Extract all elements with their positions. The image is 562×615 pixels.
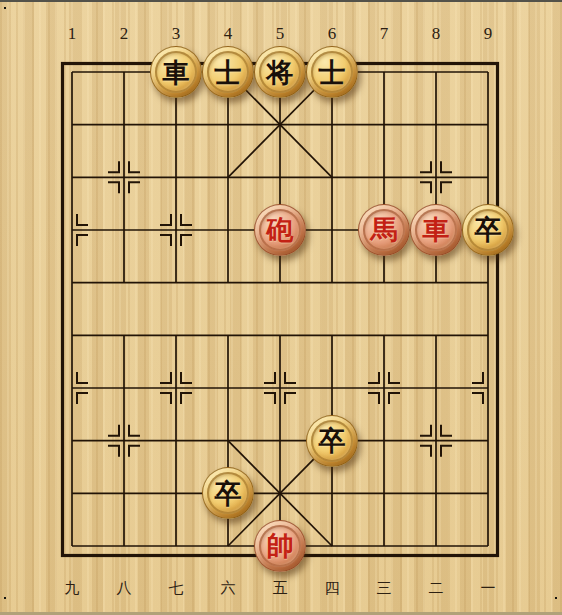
piece-red-chariot[interactable]: 車 <box>410 204 462 256</box>
piece-black-chariot[interactable]: 車 <box>150 46 202 98</box>
top-file-label-1: 1 <box>68 24 77 44</box>
piece-red-cannon[interactable]: 砲 <box>254 204 306 256</box>
bottom-file-label-1: 九 <box>65 579 80 598</box>
top-file-label-3: 3 <box>172 24 181 44</box>
piece-black-general[interactable]: 将 <box>254 46 306 98</box>
top-file-label-9: 9 <box>484 24 493 44</box>
piece-red-general[interactable]: 帥 <box>254 520 306 572</box>
piece-grid: 車士将士砲馬車卒卒卒帥 <box>46 46 514 573</box>
piece-black-advisor-left[interactable]: 士 <box>202 46 254 98</box>
piece-red-horse[interactable]: 馬 <box>358 204 410 256</box>
top-file-label-5: 5 <box>276 24 285 44</box>
bottom-file-label-2: 八 <box>117 579 132 598</box>
bottom-file-label-3: 七 <box>169 579 184 598</box>
bottom-file-label-5: 五 <box>273 579 288 598</box>
piece-black-soldier-file9[interactable]: 卒 <box>462 204 514 256</box>
piece-black-advisor-right[interactable]: 士 <box>306 46 358 98</box>
bottom-file-label-4: 六 <box>221 579 236 598</box>
bottom-file-label-9: 一 <box>481 579 496 598</box>
top-file-label-7: 7 <box>380 24 389 44</box>
bottom-file-label-7: 三 <box>377 579 392 598</box>
piece-black-soldier-file6[interactable]: 卒 <box>306 415 358 467</box>
top-file-label-4: 4 <box>224 24 233 44</box>
top-file-label-2: 2 <box>120 24 129 44</box>
piece-black-soldier-file4[interactable]: 卒 <box>202 467 254 519</box>
top-file-label-6: 6 <box>328 24 337 44</box>
xiangqi-board: 123456789 九八七六五四三二一 車士将士砲馬車卒卒卒帥 <box>0 0 562 615</box>
bottom-file-label-8: 二 <box>429 579 444 598</box>
bottom-file-label-6: 四 <box>325 579 340 598</box>
top-file-label-8: 8 <box>432 24 441 44</box>
